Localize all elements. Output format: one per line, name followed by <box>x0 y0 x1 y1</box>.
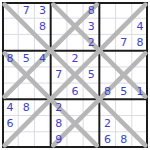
cell-r3c5[interactable] <box>67 34 83 50</box>
cell-r2c9[interactable]: 4 <box>132 18 148 34</box>
cell-r7c6[interactable] <box>83 99 99 115</box>
cell-r3c2[interactable] <box>18 34 34 50</box>
cell-r1c5[interactable] <box>67 2 83 18</box>
cell-r1c7[interactable] <box>99 2 115 18</box>
cell-r6c7[interactable]: 8 <box>99 83 115 99</box>
cell-r3c4[interactable] <box>51 34 67 50</box>
cell-r2c4[interactable] <box>51 18 67 34</box>
cell-r5c8[interactable] <box>116 67 132 83</box>
cell-r8c8[interactable] <box>116 116 132 132</box>
cell-r2c7[interactable] <box>99 18 115 34</box>
cell-r5c7[interactable] <box>99 67 115 83</box>
cell-r4c6[interactable] <box>83 51 99 67</box>
cell-r3c1[interactable] <box>2 34 18 50</box>
cell-r7c2[interactable]: 8 <box>18 99 34 115</box>
cell-r2c5[interactable] <box>67 18 83 34</box>
cell-r9c4[interactable]: 9 <box>51 132 67 148</box>
cell-r1c9[interactable] <box>132 2 148 18</box>
cell-r4c2[interactable]: 5 <box>18 51 34 67</box>
cell-r4c9[interactable] <box>132 51 148 67</box>
cell-r8c7[interactable]: 2 <box>99 116 115 132</box>
cell-r8c5[interactable] <box>67 116 83 132</box>
cell-r4c8[interactable] <box>116 51 132 67</box>
cell-r9c6[interactable] <box>83 132 99 148</box>
cell-r6c6[interactable] <box>83 83 99 99</box>
cell-r5c1[interactable] <box>2 67 18 83</box>
cell-r8c1[interactable]: 6 <box>2 116 18 132</box>
cell-r4c5[interactable]: 2 <box>67 51 83 67</box>
cell-r3c3[interactable] <box>34 34 50 50</box>
cell-r9c9[interactable] <box>132 132 148 148</box>
cell-r8c4[interactable]: 8 <box>51 116 67 132</box>
cell-r7c3[interactable] <box>34 99 50 115</box>
cell-r1c2[interactable]: 7 <box>18 2 34 18</box>
cell-r4c4[interactable] <box>51 51 67 67</box>
cell-r9c7[interactable]: 6 <box>99 132 115 148</box>
cell-r5c9[interactable] <box>132 67 148 83</box>
cell-r7c9[interactable] <box>132 99 148 115</box>
cell-r5c2[interactable] <box>18 67 34 83</box>
cell-r6c5[interactable]: 6 <box>67 83 83 99</box>
cell-r2c1[interactable] <box>2 18 18 34</box>
cell-r4c7[interactable] <box>99 51 115 67</box>
cell-r6c3[interactable] <box>34 83 50 99</box>
cell-r3c6[interactable]: 2 <box>83 34 99 50</box>
cell-r4c1[interactable]: 8 <box>2 51 18 67</box>
cell-r7c7[interactable] <box>99 99 115 115</box>
cell-r8c2[interactable] <box>18 116 34 132</box>
cell-r7c1[interactable]: 4 <box>2 99 18 115</box>
cell-r6c9[interactable]: 1 <box>132 83 148 99</box>
cell-r1c1[interactable] <box>2 2 18 18</box>
cell-r9c5[interactable] <box>67 132 83 148</box>
cell-r1c6[interactable]: 8 <box>83 2 99 18</box>
cell-r5c5[interactable] <box>67 67 83 83</box>
cell-r2c2[interactable] <box>18 18 34 34</box>
cell-r8c3[interactable] <box>34 116 50 132</box>
cell-r5c4[interactable]: 7 <box>51 67 67 83</box>
cell-r3c9[interactable]: 8 <box>132 34 148 50</box>
cell-r7c8[interactable] <box>116 99 132 115</box>
cell-r8c9[interactable] <box>132 116 148 132</box>
cell-r3c7[interactable] <box>99 34 115 50</box>
cell-r2c3[interactable]: 8 <box>34 18 50 34</box>
cell-r8c6[interactable] <box>83 116 99 132</box>
cell-r6c1[interactable] <box>2 83 18 99</box>
cell-r6c4[interactable] <box>51 83 67 99</box>
cell-r9c3[interactable] <box>34 132 50 148</box>
cell-r1c4[interactable] <box>51 2 67 18</box>
cell-r6c8[interactable]: 5 <box>116 83 132 99</box>
cell-r5c3[interactable] <box>34 67 50 83</box>
cell-r4c3[interactable]: 4 <box>34 51 50 67</box>
cell-r7c5[interactable] <box>67 99 83 115</box>
cell-r1c8[interactable] <box>116 2 132 18</box>
sudoku-board: 7388342788542756851482682968 <box>2 2 148 148</box>
cell-r7c4[interactable]: 2 <box>51 99 67 115</box>
cell-r6c2[interactable] <box>18 83 34 99</box>
cell-r1c3[interactable]: 3 <box>34 2 50 18</box>
cell-r3c8[interactable]: 7 <box>116 34 132 50</box>
cell-r9c8[interactable]: 8 <box>116 132 132 148</box>
cell-r5c6[interactable]: 5 <box>83 67 99 83</box>
cell-r2c8[interactable] <box>116 18 132 34</box>
cell-r9c1[interactable] <box>2 132 18 148</box>
board-cells: 7388342788542756851482682968 <box>2 2 148 148</box>
cell-r2c6[interactable]: 3 <box>83 18 99 34</box>
cell-r9c2[interactable] <box>18 132 34 148</box>
